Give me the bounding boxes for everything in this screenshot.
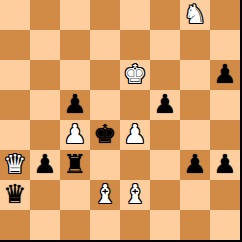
square-e8[interactable]: [120, 0, 150, 30]
square-a8[interactable]: [0, 0, 30, 30]
square-c7[interactable]: [60, 30, 90, 60]
square-c4[interactable]: ♟: [60, 120, 90, 150]
square-d4[interactable]: ♚: [90, 120, 120, 150]
square-d7[interactable]: [90, 30, 120, 60]
square-a5[interactable]: [0, 90, 30, 120]
black-rook: ♜: [63, 150, 86, 179]
square-d1[interactable]: [90, 210, 120, 240]
black-pawn: ♟: [153, 90, 176, 119]
square-f1[interactable]: [150, 210, 180, 240]
black-pawn: ♟: [183, 150, 206, 179]
square-b1[interactable]: [30, 210, 60, 240]
square-h6[interactable]: ♟: [210, 60, 240, 90]
square-f5[interactable]: ♟: [150, 90, 180, 120]
square-e6[interactable]: ♚: [120, 60, 150, 90]
square-d6[interactable]: [90, 60, 120, 90]
square-b3[interactable]: ♟: [30, 150, 60, 180]
square-f3[interactable]: [150, 150, 180, 180]
white-queen: ♛: [3, 150, 26, 179]
black-pawn: ♟: [213, 60, 236, 89]
square-b4[interactable]: [30, 120, 60, 150]
square-f2[interactable]: [150, 180, 180, 210]
black-king: ♚: [93, 120, 116, 149]
square-h3[interactable]: ♟: [210, 150, 240, 180]
square-h7[interactable]: [210, 30, 240, 60]
square-d3[interactable]: [90, 150, 120, 180]
square-b8[interactable]: [30, 0, 60, 30]
square-d5[interactable]: [90, 90, 120, 120]
square-c3[interactable]: ♜: [60, 150, 90, 180]
square-f4[interactable]: [150, 120, 180, 150]
square-e2[interactable]: ♝: [120, 180, 150, 210]
square-h5[interactable]: [210, 90, 240, 120]
white-pawn: ♟: [63, 120, 86, 149]
square-d2[interactable]: ♝: [90, 180, 120, 210]
square-c5[interactable]: ♟: [60, 90, 90, 120]
square-g3[interactable]: ♟: [180, 150, 210, 180]
square-e5[interactable]: [120, 90, 150, 120]
square-b7[interactable]: [30, 30, 60, 60]
square-b5[interactable]: [30, 90, 60, 120]
square-g7[interactable]: [180, 30, 210, 60]
square-c6[interactable]: [60, 60, 90, 90]
black-queen: ♛: [3, 180, 26, 209]
square-h2[interactable]: [210, 180, 240, 210]
black-pawn: ♟: [213, 150, 236, 179]
square-a7[interactable]: [0, 30, 30, 60]
square-g8[interactable]: ♞: [180, 0, 210, 30]
white-bishop: ♝: [93, 180, 116, 209]
square-c2[interactable]: [60, 180, 90, 210]
square-a6[interactable]: [0, 60, 30, 90]
square-h1[interactable]: [210, 210, 240, 240]
square-e1[interactable]: [120, 210, 150, 240]
square-e4[interactable]: ♟: [120, 120, 150, 150]
square-a1[interactable]: [0, 210, 30, 240]
black-pawn: ♟: [63, 90, 86, 119]
white-king: ♚: [123, 60, 146, 89]
square-e7[interactable]: [120, 30, 150, 60]
square-f8[interactable]: [150, 0, 180, 30]
square-g6[interactable]: [180, 60, 210, 90]
square-a3[interactable]: ♛: [0, 150, 30, 180]
black-pawn: ♟: [33, 150, 56, 179]
square-g2[interactable]: [180, 180, 210, 210]
square-g5[interactable]: [180, 90, 210, 120]
square-h8[interactable]: [210, 0, 240, 30]
square-d8[interactable]: [90, 0, 120, 30]
square-f6[interactable]: [150, 60, 180, 90]
square-g1[interactable]: [180, 210, 210, 240]
chess-board: ♞♚♟♟♟♟♚♟♛♟♜♟♟♛♝♝: [0, 0, 242, 242]
square-a2[interactable]: ♛: [0, 180, 30, 210]
white-bishop: ♝: [123, 180, 146, 209]
square-b2[interactable]: [30, 180, 60, 210]
white-knight: ♞: [183, 0, 206, 29]
square-f7[interactable]: [150, 30, 180, 60]
square-h4[interactable]: [210, 120, 240, 150]
square-c1[interactable]: [60, 210, 90, 240]
white-pawn: ♟: [123, 120, 146, 149]
square-c8[interactable]: [60, 0, 90, 30]
square-g4[interactable]: [180, 120, 210, 150]
square-b6[interactable]: [30, 60, 60, 90]
square-e3[interactable]: [120, 150, 150, 180]
square-a4[interactable]: [0, 120, 30, 150]
